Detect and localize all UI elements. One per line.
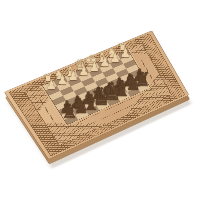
chess-piece-white-P-d2: ♟ bbox=[78, 65, 89, 77]
chess-piece-white-P-e2: ♟ bbox=[89, 61, 100, 73]
chess-set-photo: ♜♞♝♛♚♝♞♜♟♟♟♟♟♟♟♟♟♟♟♟♟♟♟♟♜♞♝♛♚♝♞♜ bbox=[0, 0, 200, 200]
chess-piece-white-P-a2: ♟ bbox=[46, 79, 57, 91]
chess-piece-black-R-h8: ♜ bbox=[134, 70, 151, 90]
chess-piece-white-P-b2: ♟ bbox=[57, 75, 68, 87]
chess-piece-white-P-f2: ♟ bbox=[100, 57, 111, 69]
chess-piece-white-P-c2: ♟ bbox=[68, 70, 79, 82]
chess-piece-white-P-h2: ♟ bbox=[120, 48, 131, 60]
chess-piece-white-P-g2: ♟ bbox=[110, 52, 121, 64]
